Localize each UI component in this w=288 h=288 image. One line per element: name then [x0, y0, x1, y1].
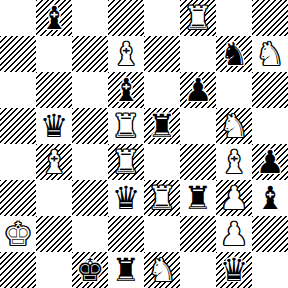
- white-rook-f8-icon[interactable]: ♜: [184, 0, 213, 36]
- black-queen-g1-icon[interactable]: ♛: [220, 252, 249, 288]
- square-h2[interactable]: [252, 216, 288, 252]
- square-c7[interactable]: [72, 36, 108, 72]
- white-knight-g5-icon[interactable]: ♞: [220, 108, 249, 144]
- square-c1[interactable]: ♚: [72, 252, 108, 288]
- square-h1[interactable]: [252, 252, 288, 288]
- square-c3[interactable]: [72, 180, 108, 216]
- square-a4[interactable]: [0, 144, 36, 180]
- black-rook-f3-icon[interactable]: ♜: [184, 180, 213, 216]
- square-e7[interactable]: [144, 36, 180, 72]
- square-d2[interactable]: [108, 216, 144, 252]
- square-f3[interactable]: ♜: [180, 180, 216, 216]
- square-h7[interactable]: ♞: [252, 36, 288, 72]
- square-b4[interactable]: ♝: [36, 144, 72, 180]
- square-b6[interactable]: [36, 72, 72, 108]
- square-g5[interactable]: ♞: [216, 108, 252, 144]
- black-pawn-f6-icon[interactable]: ♟: [184, 72, 213, 108]
- square-g6[interactable]: [216, 72, 252, 108]
- black-king-c1-icon[interactable]: ♚: [76, 252, 105, 288]
- square-d6[interactable]: ♝: [108, 72, 144, 108]
- square-b5[interactable]: ♛: [36, 108, 72, 144]
- square-h8[interactable]: [252, 0, 288, 36]
- black-rook-d1-icon[interactable]: ♜: [112, 252, 141, 288]
- white-rook-d4-icon[interactable]: ♜: [112, 144, 141, 180]
- square-e4[interactable]: [144, 144, 180, 180]
- square-d4[interactable]: ♜: [108, 144, 144, 180]
- black-queen-d3-icon[interactable]: ♛: [112, 180, 141, 216]
- square-h6[interactable]: [252, 72, 288, 108]
- square-h5[interactable]: [252, 108, 288, 144]
- square-f7[interactable]: [180, 36, 216, 72]
- white-bishop-b4-icon[interactable]: ♝: [40, 144, 69, 180]
- black-bishop-d6-icon[interactable]: ♝: [112, 72, 141, 108]
- square-g3[interactable]: ♟: [216, 180, 252, 216]
- square-d5[interactable]: ♜: [108, 108, 144, 144]
- white-rook-e3-icon[interactable]: ♜: [148, 180, 177, 216]
- white-bishop-d7-icon[interactable]: ♝: [112, 36, 141, 72]
- square-a1[interactable]: [0, 252, 36, 288]
- square-a2[interactable]: ♚: [0, 216, 36, 252]
- white-pawn-g3-icon[interactable]: ♟: [220, 180, 249, 216]
- square-c5[interactable]: [72, 108, 108, 144]
- square-b8[interactable]: ♝: [36, 0, 72, 36]
- square-e3[interactable]: ♜: [144, 180, 180, 216]
- white-knight-e1-icon[interactable]: ♞: [148, 252, 177, 288]
- white-king-a2-icon[interactable]: ♚: [4, 216, 33, 252]
- square-g8[interactable]: [216, 0, 252, 36]
- square-b1[interactable]: [36, 252, 72, 288]
- square-c8[interactable]: [72, 0, 108, 36]
- square-a5[interactable]: [0, 108, 36, 144]
- square-e2[interactable]: [144, 216, 180, 252]
- black-rook-e5-icon[interactable]: ♜: [148, 108, 177, 144]
- square-f2[interactable]: [180, 216, 216, 252]
- square-f1[interactable]: [180, 252, 216, 288]
- square-d3[interactable]: ♛: [108, 180, 144, 216]
- square-b2[interactable]: [36, 216, 72, 252]
- square-d1[interactable]: ♜: [108, 252, 144, 288]
- square-b3[interactable]: [36, 180, 72, 216]
- square-g2[interactable]: ♟: [216, 216, 252, 252]
- square-b7[interactable]: [36, 36, 72, 72]
- square-h3[interactable]: ♝: [252, 180, 288, 216]
- square-e1[interactable]: ♞: [144, 252, 180, 288]
- square-d7[interactable]: ♝: [108, 36, 144, 72]
- square-f5[interactable]: [180, 108, 216, 144]
- square-e8[interactable]: [144, 0, 180, 36]
- square-h4[interactable]: ♟: [252, 144, 288, 180]
- square-g7[interactable]: ♞: [216, 36, 252, 72]
- white-knight-h7-icon[interactable]: ♞: [256, 36, 285, 72]
- chess-board: ♝♜♝♞♞♝♟♛♜♜♞♝♜♝♟♛♜♜♟♝♚♟♚♜♞♛: [0, 0, 288, 288]
- white-pawn-g2-icon[interactable]: ♟: [220, 216, 249, 252]
- square-c2[interactable]: [72, 216, 108, 252]
- square-a3[interactable]: [0, 180, 36, 216]
- square-e5[interactable]: ♜: [144, 108, 180, 144]
- square-a7[interactable]: [0, 36, 36, 72]
- white-bishop-g4-icon[interactable]: ♝: [220, 144, 249, 180]
- black-bishop-h3-icon[interactable]: ♝: [256, 180, 285, 216]
- white-rook-d5-icon[interactable]: ♜: [112, 108, 141, 144]
- black-knight-g7-icon[interactable]: ♞: [220, 36, 249, 72]
- square-f4[interactable]: [180, 144, 216, 180]
- square-f8[interactable]: ♜: [180, 0, 216, 36]
- square-a8[interactable]: [0, 0, 36, 36]
- square-g4[interactable]: ♝: [216, 144, 252, 180]
- square-e6[interactable]: [144, 72, 180, 108]
- square-g1[interactable]: ♛: [216, 252, 252, 288]
- square-f6[interactable]: ♟: [180, 72, 216, 108]
- black-queen-b5-icon[interactable]: ♛: [40, 108, 69, 144]
- square-a6[interactable]: [0, 72, 36, 108]
- square-d8[interactable]: [108, 0, 144, 36]
- square-c6[interactable]: [72, 72, 108, 108]
- square-c4[interactable]: [72, 144, 108, 180]
- black-bishop-b8-icon[interactable]: ♝: [40, 0, 69, 36]
- black-pawn-h4-icon[interactable]: ♟: [256, 144, 285, 180]
